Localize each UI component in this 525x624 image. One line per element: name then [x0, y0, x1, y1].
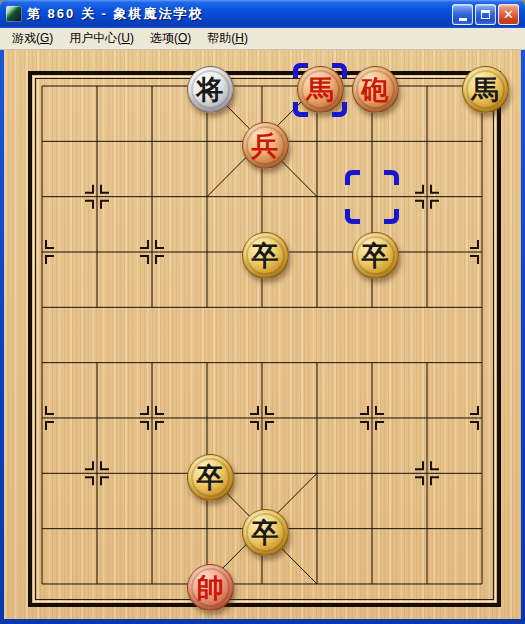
piece-black-horse[interactable]: 馬: [462, 66, 509, 113]
menu-item-options[interactable]: 选项(O): [142, 28, 199, 49]
bracket-corner-tr: [384, 170, 399, 185]
piece-red-cannon[interactable]: 砲: [352, 66, 399, 113]
piece-black-soldier[interactable]: 卒: [352, 232, 399, 279]
app-icon[interactable]: [6, 6, 22, 22]
piece-black-soldier[interactable]: 卒: [242, 232, 289, 279]
window-controls: ✕: [452, 4, 519, 25]
piece-black-soldier[interactable]: 卒: [187, 454, 234, 501]
bracket-corner-bl: [345, 209, 360, 224]
close-icon: ✕: [503, 8, 514, 21]
piece-red-horse[interactable]: 馬: [297, 66, 344, 113]
piece-black-soldier[interactable]: 卒: [242, 509, 289, 556]
app-window: 第 860 关 - 象棋魔法学校 ✕ 游戏(G)用户中心(U)选项(O)帮助(H…: [0, 0, 525, 624]
maximize-button[interactable]: [475, 4, 496, 25]
piece-red-general[interactable]: 帥: [187, 564, 234, 611]
menu-bar: 游戏(G)用户中心(U)选项(O)帮助(H): [0, 28, 525, 50]
move-destination-marker[interactable]: [345, 170, 399, 224]
window-title: 第 860 关 - 象棋魔法学校: [27, 5, 452, 23]
board-area: 将馬砲馬兵卒卒卒卒帥: [4, 50, 521, 619]
piece-red-soldier[interactable]: 兵: [242, 122, 289, 169]
bracket-corner-tl: [345, 170, 360, 185]
xiangqi-board[interactable]: 将馬砲馬兵卒卒卒卒帥: [15, 58, 510, 611]
menu-item-help[interactable]: 帮助(H): [199, 28, 256, 49]
close-button[interactable]: ✕: [498, 4, 519, 25]
maximize-icon: [481, 10, 490, 19]
menu-item-game[interactable]: 游戏(G): [4, 28, 61, 49]
minimize-button[interactable]: [452, 4, 473, 25]
menu-item-user-center[interactable]: 用户中心(U): [61, 28, 142, 49]
piece-black-general[interactable]: 将: [187, 66, 234, 113]
bracket-corner-br: [384, 209, 399, 224]
title-bar[interactable]: 第 860 关 - 象棋魔法学校 ✕: [0, 0, 525, 28]
minimize-icon: [459, 18, 467, 21]
